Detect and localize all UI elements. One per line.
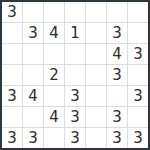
cell-r4c7-empty[interactable] bbox=[128, 65, 148, 85]
cell-r7c6-clue: 3 bbox=[107, 128, 127, 148]
cell-r5c7-clue: 3 bbox=[128, 86, 148, 106]
cell-r7c2-clue: 3 bbox=[23, 128, 43, 148]
cell-r2c7-empty[interactable] bbox=[128, 23, 148, 43]
cell-r4c1-empty[interactable] bbox=[2, 65, 22, 85]
cell-r6c1-empty[interactable] bbox=[2, 107, 22, 127]
cell-r3c1-empty[interactable] bbox=[2, 44, 22, 64]
cell-r2c6-clue: 3 bbox=[107, 23, 127, 43]
cell-r1c1-clue: 3 bbox=[2, 2, 22, 22]
cell-r6c3-clue: 4 bbox=[44, 107, 64, 127]
cell-r5c5-empty[interactable] bbox=[86, 86, 106, 106]
cell-r3c6-clue: 4 bbox=[107, 44, 127, 64]
minesweeper-board: 334134323343343333333 bbox=[0, 0, 150, 150]
cell-r7c7-clue: 3 bbox=[128, 128, 148, 148]
cell-r2c4-clue: 1 bbox=[65, 23, 85, 43]
cell-r4c4-empty[interactable] bbox=[65, 65, 85, 85]
cell-r4c3-clue: 2 bbox=[44, 65, 64, 85]
cell-r3c2-empty[interactable] bbox=[23, 44, 43, 64]
cell-r3c7-clue: 3 bbox=[128, 44, 148, 64]
cell-r1c4-empty[interactable] bbox=[65, 2, 85, 22]
cell-r5c2-clue: 4 bbox=[23, 86, 43, 106]
cell-r2c3-clue: 4 bbox=[44, 23, 64, 43]
cell-r6c7-empty[interactable] bbox=[128, 107, 148, 127]
cell-r6c4-clue: 3 bbox=[65, 107, 85, 127]
cell-r6c5-empty[interactable] bbox=[86, 107, 106, 127]
cell-r1c7-empty[interactable] bbox=[128, 2, 148, 22]
cell-r6c2-empty[interactable] bbox=[23, 107, 43, 127]
cell-r1c3-empty[interactable] bbox=[44, 2, 64, 22]
cell-r7c5-empty[interactable] bbox=[86, 128, 106, 148]
cell-r4c5-empty[interactable] bbox=[86, 65, 106, 85]
cell-r7c1-clue: 3 bbox=[2, 128, 22, 148]
cell-r7c4-clue: 3 bbox=[65, 128, 85, 148]
cell-r1c5-empty[interactable] bbox=[86, 2, 106, 22]
cell-r5c4-clue: 3 bbox=[65, 86, 85, 106]
cell-r6c6-clue: 3 bbox=[107, 107, 127, 127]
cell-r2c5-empty[interactable] bbox=[86, 23, 106, 43]
cell-r5c6-empty[interactable] bbox=[107, 86, 127, 106]
cell-r5c3-empty[interactable] bbox=[44, 86, 64, 106]
cell-r1c6-empty[interactable] bbox=[107, 2, 127, 22]
cell-r4c2-empty[interactable] bbox=[23, 65, 43, 85]
cell-r7c3-empty[interactable] bbox=[44, 128, 64, 148]
cell-r3c4-empty[interactable] bbox=[65, 44, 85, 64]
cell-r2c2-clue: 3 bbox=[23, 23, 43, 43]
cell-r1c2-empty[interactable] bbox=[23, 2, 43, 22]
cell-r3c5-empty[interactable] bbox=[86, 44, 106, 64]
cell-r3c3-empty[interactable] bbox=[44, 44, 64, 64]
cell-r2c1-empty[interactable] bbox=[2, 23, 22, 43]
cell-r5c1-clue: 3 bbox=[2, 86, 22, 106]
cell-r4c6-clue: 3 bbox=[107, 65, 127, 85]
